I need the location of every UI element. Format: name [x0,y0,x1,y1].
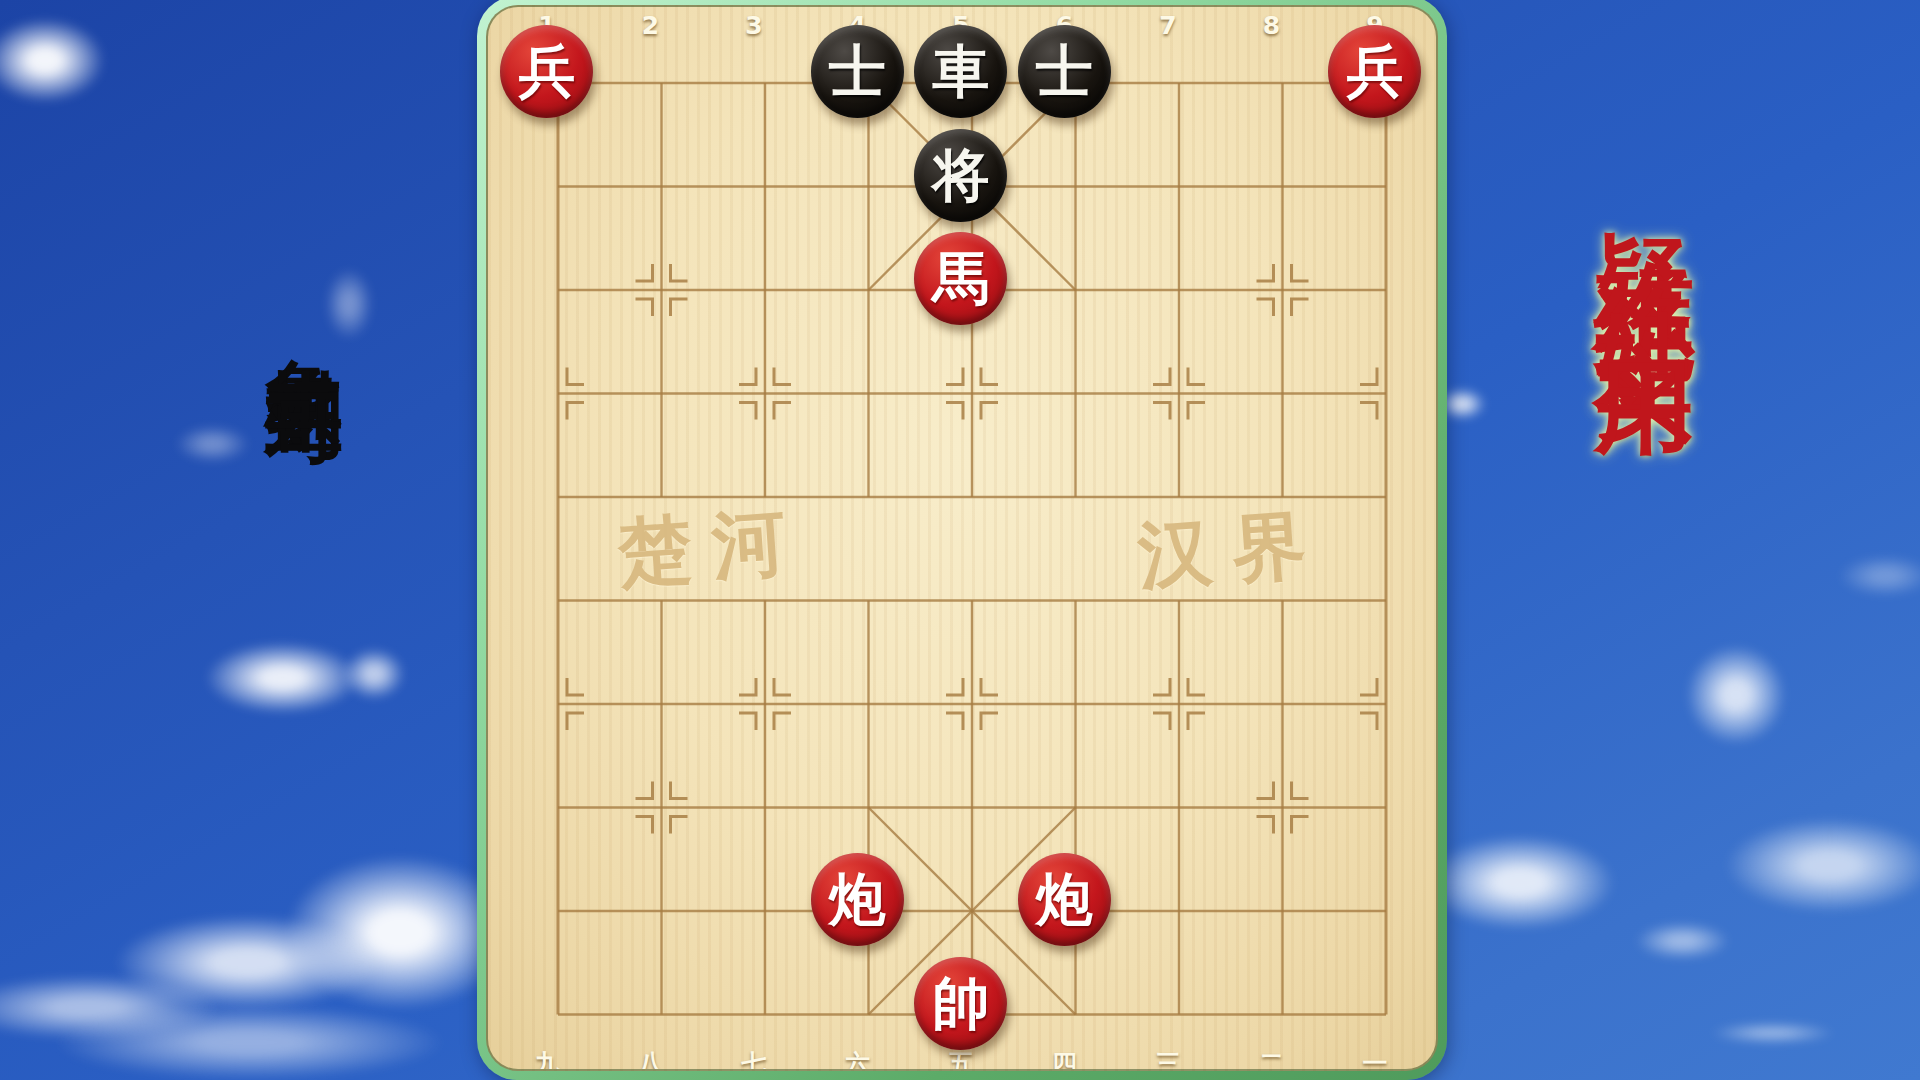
cloud [1686,645,1786,745]
cloud [205,642,360,714]
intersection-f1-r1: 兵 [495,20,599,124]
intersection-f5-r3: 馬 [909,227,1013,331]
piece-black-advisor[interactable]: 士 [1018,25,1111,118]
cloud [0,975,220,1040]
cloud [1838,555,1920,597]
cloud [0,18,105,103]
piece-black-general[interactable]: 将 [914,129,1007,222]
channel-title: 象棋刘正哥 [252,296,357,341]
intersection-f9-r1: 兵 [1323,20,1427,124]
intersection-f6-r9: 炮 [1013,848,1117,952]
piece-red-cannon[interactable]: 炮 [811,853,904,946]
intersection-f6-r1: 士 [1013,20,1117,124]
caption-title: 疑难绝妙实用 [1578,150,1713,312]
piece-black-advisor[interactable]: 士 [811,25,904,118]
cloud [55,1005,445,1080]
cloud [1725,818,1920,913]
intersection-f5-r10: 帥 [909,952,1013,1056]
intersection-f5-r1: 車 [909,20,1013,124]
cloud [343,648,405,700]
piece-black-chariot[interactable]: 車 [914,25,1007,118]
intersection-f4-r1: 士 [806,20,910,124]
piece-red-horse[interactable]: 馬 [914,232,1007,325]
cloud [1635,922,1730,960]
cloud [115,915,380,1010]
piece-red-general[interactable]: 帥 [914,957,1007,1050]
piece-grid: 兵士車士兵将馬炮炮帥 [495,20,1427,1055]
piece-red-soldier[interactable]: 兵 [1328,25,1421,118]
intersection-f5-r2: 将 [909,124,1013,228]
cloud [1710,1022,1835,1044]
piece-red-cannon[interactable]: 炮 [1018,853,1111,946]
cloud [175,425,250,463]
intersection-f4-r9: 炮 [806,848,910,952]
scene: 象棋刘正哥 疑难绝妙实用 123456789 九八七六五四三二一 楚河 汉界 兵… [0,0,1920,1080]
cloud [1425,835,1615,930]
piece-red-soldier[interactable]: 兵 [500,25,593,118]
